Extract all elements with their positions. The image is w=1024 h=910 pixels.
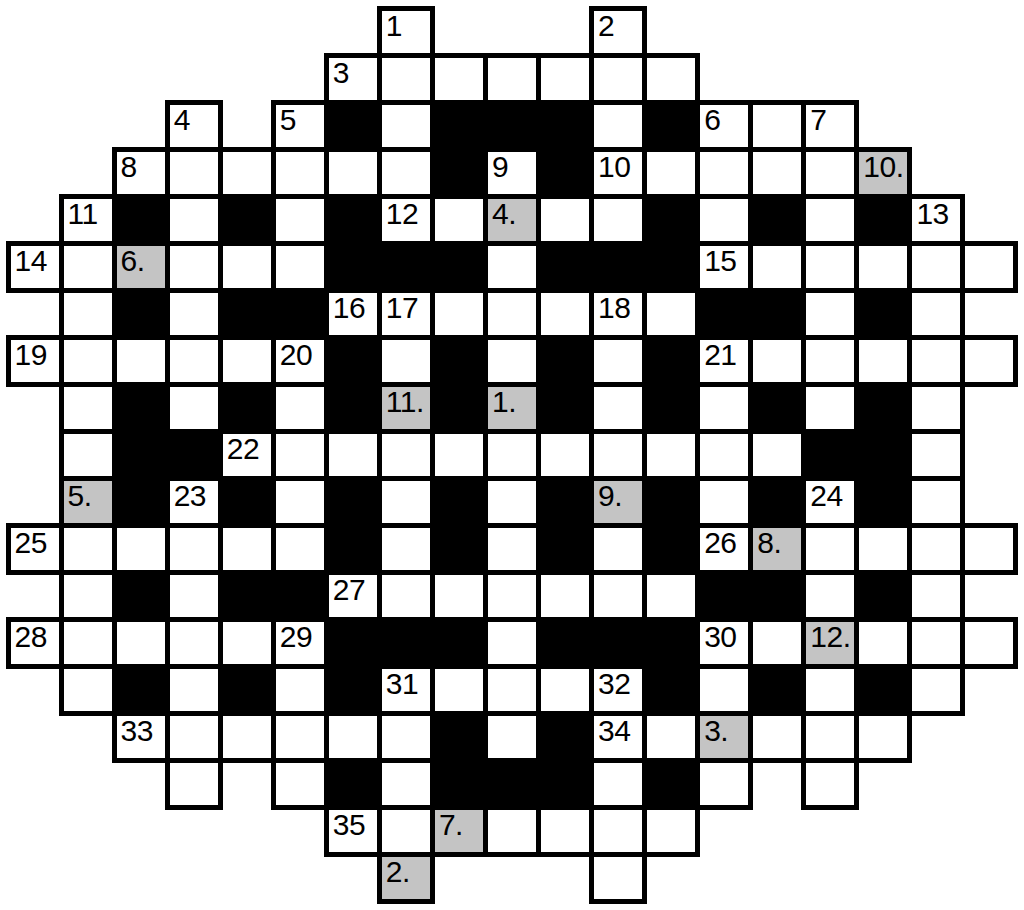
clue-number: 20	[280, 338, 312, 373]
clue-number: 29	[280, 620, 312, 655]
white-cell-r4c8[interactable]	[430, 194, 488, 246]
black-cell-r8c10	[536, 382, 594, 434]
gray-bonus-cell-r17c8[interactable]: 7.	[430, 805, 488, 857]
white-cell-r7c2[interactable]	[112, 335, 170, 387]
gray-bonus-cell-r3c16[interactable]: 10.	[854, 147, 912, 199]
black-cell-r5c11	[589, 241, 647, 293]
black-cell-r16c12	[642, 758, 700, 810]
white-cell-r17c7[interactable]	[377, 805, 435, 857]
white-cell-r14c15[interactable]	[801, 664, 859, 716]
black-cell-r2c9	[483, 100, 541, 152]
white-cell-r5c0[interactable]: 14	[6, 241, 64, 293]
white-cell-r15c7[interactable]	[377, 711, 435, 763]
black-cell-r12c2	[112, 570, 170, 622]
white-cell-r0c11[interactable]: 2	[589, 6, 647, 58]
white-cell-r11c9[interactable]	[483, 523, 541, 575]
black-cell-r2c8	[430, 100, 488, 152]
white-cell-r9c11[interactable]	[589, 429, 647, 481]
black-cell-r2c6	[324, 100, 382, 152]
white-cell-r4c17[interactable]: 13	[907, 194, 965, 246]
white-cell-r16c11[interactable]	[589, 758, 647, 810]
bonus-clue-number: 1.	[492, 385, 516, 420]
white-cell-r6c8[interactable]	[430, 288, 488, 340]
clue-number: 8	[121, 150, 137, 185]
bonus-clue-number: 10.	[863, 150, 903, 185]
bonus-clue-number: 2.	[386, 855, 410, 890]
black-cell-r13c8	[430, 617, 488, 669]
white-cell-r5c1[interactable]	[59, 241, 117, 293]
white-cell-r11c18[interactable]	[960, 523, 1018, 575]
white-cell-r13c2[interactable]	[112, 617, 170, 669]
white-cell-r4c1[interactable]: 11	[59, 194, 117, 246]
white-cell-r15c14[interactable]	[748, 711, 806, 763]
clue-number: 14	[15, 244, 47, 279]
black-cell-r16c8	[430, 758, 488, 810]
white-cell-r11c1[interactable]	[59, 523, 117, 575]
black-cell-r8c8	[430, 382, 488, 434]
white-cell-r16c3[interactable]	[165, 758, 223, 810]
white-cell-r5c13[interactable]: 15	[695, 241, 753, 293]
white-cell-r8c13[interactable]	[695, 382, 753, 434]
white-cell-r4c13[interactable]	[695, 194, 753, 246]
black-cell-r14c6	[324, 664, 382, 716]
white-cell-r11c4[interactable]	[218, 523, 276, 575]
clue-number: 11	[68, 197, 98, 232]
clue-number: 4	[174, 103, 190, 138]
white-cell-r15c3[interactable]	[165, 711, 223, 763]
clue-number: 10	[598, 150, 630, 185]
white-cell-r10c15[interactable]: 24	[801, 476, 859, 528]
clue-number: 28	[15, 620, 47, 655]
white-cell-r0c7[interactable]: 1	[377, 6, 435, 58]
white-cell-r4c15[interactable]	[801, 194, 859, 246]
white-cell-r6c17[interactable]	[907, 288, 965, 340]
clue-number: 26	[704, 526, 736, 561]
clue-number: 24	[810, 479, 842, 514]
black-cell-r5c10	[536, 241, 594, 293]
black-cell-r4c14	[748, 194, 806, 246]
white-cell-r5c15[interactable]	[801, 241, 859, 293]
white-cell-r12c17[interactable]	[907, 570, 965, 622]
black-cell-r13c7	[377, 617, 435, 669]
white-cell-r14c1[interactable]	[59, 664, 117, 716]
black-cell-r3c10	[536, 147, 594, 199]
white-cell-r11c2[interactable]	[112, 523, 170, 575]
white-cell-r10c9[interactable]	[483, 476, 541, 528]
white-cell-r8c17[interactable]	[907, 382, 965, 434]
white-cell-r13c9[interactable]	[483, 617, 541, 669]
black-cell-r10c6	[324, 476, 382, 528]
white-cell-r5c18[interactable]	[960, 241, 1018, 293]
clue-number: 16	[333, 291, 365, 326]
white-cell-r15c15[interactable]	[801, 711, 859, 763]
white-cell-r9c8[interactable]	[430, 429, 488, 481]
black-cell-r16c9	[483, 758, 541, 810]
white-cell-r14c10[interactable]	[536, 664, 594, 716]
white-cell-r8c1[interactable]	[59, 382, 117, 434]
black-cell-r8c4	[218, 382, 276, 434]
white-cell-r6c9[interactable]	[483, 288, 541, 340]
white-cell-r11c17[interactable]	[907, 523, 965, 575]
white-cell-r9c5[interactable]	[271, 429, 329, 481]
bonus-clue-number: 5.	[68, 479, 92, 514]
black-cell-r10c12	[642, 476, 700, 528]
clue-number: 35	[333, 808, 365, 843]
clue-number: 34	[598, 714, 630, 749]
white-cell-r5c3[interactable]	[165, 241, 223, 293]
white-cell-r2c13[interactable]: 6	[695, 100, 753, 152]
white-cell-r6c3[interactable]	[165, 288, 223, 340]
white-cell-r14c9[interactable]	[483, 664, 541, 716]
white-cell-r3c5[interactable]	[271, 147, 329, 199]
black-cell-r8c6	[324, 382, 382, 434]
white-cell-r6c11[interactable]: 18	[589, 288, 647, 340]
black-cell-r6c14	[748, 288, 806, 340]
white-cell-r14c17[interactable]	[907, 664, 965, 716]
bonus-clue-number: 9.	[598, 479, 622, 514]
clue-number: 27	[333, 573, 365, 608]
white-cell-r16c15[interactable]	[801, 758, 859, 810]
white-cell-r16c13[interactable]	[695, 758, 753, 810]
white-cell-r8c15[interactable]	[801, 382, 859, 434]
white-cell-r11c3[interactable]	[165, 523, 223, 575]
white-cell-r15c11[interactable]: 34	[589, 711, 647, 763]
black-cell-r6c16	[854, 288, 912, 340]
white-cell-r12c10[interactable]	[536, 570, 594, 622]
white-cell-r8c11[interactable]	[589, 382, 647, 434]
black-cell-r8c12	[642, 382, 700, 434]
black-cell-r3c8	[430, 147, 488, 199]
white-cell-r7c18[interactable]	[960, 335, 1018, 387]
white-cell-r12c8[interactable]	[430, 570, 488, 622]
bonus-clue-number: 3.	[704, 714, 728, 749]
clue-number: 13	[916, 197, 948, 232]
white-cell-r17c10[interactable]	[536, 805, 594, 857]
gray-bonus-cell-r13c15[interactable]: 12.	[801, 617, 859, 669]
clue-number: 7	[810, 103, 826, 138]
black-cell-r13c12	[642, 617, 700, 669]
white-cell-r1c11[interactable]	[589, 53, 647, 105]
white-cell-r9c6[interactable]	[324, 429, 382, 481]
clue-number: 19	[15, 338, 47, 373]
white-cell-r13c4[interactable]	[218, 617, 276, 669]
gray-bonus-cell-r18c7[interactable]: 2.	[377, 852, 435, 904]
white-cell-r3c2[interactable]: 8	[112, 147, 170, 199]
gray-bonus-cell-r10c11[interactable]: 9.	[589, 476, 647, 528]
white-cell-r7c17[interactable]	[907, 335, 965, 387]
white-cell-r6c15[interactable]	[801, 288, 859, 340]
white-cell-r9c7[interactable]	[377, 429, 435, 481]
white-cell-r15c5[interactable]	[271, 711, 329, 763]
clue-number: 25	[15, 526, 47, 561]
white-cell-r14c13[interactable]	[695, 664, 753, 716]
bonus-clue-number: 7.	[439, 808, 463, 843]
black-cell-r5c12	[642, 241, 700, 293]
black-cell-r8c16	[854, 382, 912, 434]
black-cell-r13c6	[324, 617, 382, 669]
clue-number: 21	[704, 338, 736, 373]
white-cell-r13c13[interactable]: 30	[695, 617, 753, 669]
black-cell-r11c10	[536, 523, 594, 575]
white-cell-r13c14[interactable]	[748, 617, 806, 669]
white-cell-r12c6[interactable]: 27	[324, 570, 382, 622]
white-cell-r6c10[interactable]	[536, 288, 594, 340]
white-cell-r7c15[interactable]	[801, 335, 859, 387]
white-cell-r1c7[interactable]	[377, 53, 435, 105]
black-cell-r5c8	[430, 241, 488, 293]
white-cell-r13c16[interactable]	[854, 617, 912, 669]
white-cell-r8c5[interactable]	[271, 382, 329, 434]
white-cell-r10c13[interactable]	[695, 476, 753, 528]
white-cell-r17c6[interactable]: 35	[324, 805, 382, 857]
clue-number: 5	[280, 103, 296, 138]
clue-number: 22	[227, 432, 259, 467]
white-cell-r14c3[interactable]	[165, 664, 223, 716]
black-cell-r12c4	[218, 570, 276, 622]
black-cell-r4c16	[854, 194, 912, 246]
gray-bonus-cell-r15c13[interactable]: 3.	[695, 711, 753, 763]
black-cell-r14c12	[642, 664, 700, 716]
white-cell-r7c11[interactable]	[589, 335, 647, 387]
white-cell-r11c16[interactable]	[854, 523, 912, 575]
white-cell-r11c13[interactable]: 26	[695, 523, 753, 575]
black-cell-r6c4	[218, 288, 276, 340]
black-cell-r11c8	[430, 523, 488, 575]
white-cell-r5c9[interactable]	[483, 241, 541, 293]
black-cell-r8c14	[748, 382, 806, 434]
white-cell-r12c15[interactable]	[801, 570, 859, 622]
black-cell-r8c2	[112, 382, 170, 434]
clue-number: 17	[386, 291, 418, 326]
white-cell-r11c7[interactable]	[377, 523, 435, 575]
white-cell-r15c16[interactable]	[854, 711, 912, 763]
white-cell-r13c17[interactable]	[907, 617, 965, 669]
white-cell-r15c9[interactable]	[483, 711, 541, 763]
white-cell-r7c13[interactable]: 21	[695, 335, 753, 387]
white-cell-r3c4[interactable]	[218, 147, 276, 199]
black-cell-r2c10	[536, 100, 594, 152]
white-cell-r2c14[interactable]	[748, 100, 806, 152]
black-cell-r10c10	[536, 476, 594, 528]
black-cell-r4c4	[218, 194, 276, 246]
white-cell-r17c12[interactable]	[642, 805, 700, 857]
black-cell-r15c8	[430, 711, 488, 763]
bonus-clue-number: 4.	[492, 197, 516, 232]
black-cell-r13c11	[589, 617, 647, 669]
black-cell-r7c8	[430, 335, 488, 387]
white-cell-r3c3[interactable]	[165, 147, 223, 199]
black-cell-r7c12	[642, 335, 700, 387]
clue-number: 12	[386, 197, 418, 232]
black-cell-r14c14	[748, 664, 806, 716]
white-cell-r6c1[interactable]	[59, 288, 117, 340]
white-cell-r16c7[interactable]	[377, 758, 435, 810]
white-cell-r12c9[interactable]	[483, 570, 541, 622]
gray-bonus-cell-r11c14[interactable]: 8.	[748, 523, 806, 575]
black-cell-r4c2	[112, 194, 170, 246]
white-cell-r4c10[interactable]	[536, 194, 594, 246]
white-cell-r10c7[interactable]	[377, 476, 435, 528]
white-cell-r9c12[interactable]	[642, 429, 700, 481]
black-cell-r5c7	[377, 241, 435, 293]
white-cell-r5c4[interactable]	[218, 241, 276, 293]
white-cell-r13c1[interactable]	[59, 617, 117, 669]
white-cell-r3c11[interactable]: 10	[589, 147, 647, 199]
gray-bonus-cell-r5c2[interactable]: 6.	[112, 241, 170, 293]
white-cell-r4c11[interactable]	[589, 194, 647, 246]
white-cell-r1c12[interactable]	[642, 53, 700, 105]
clue-number: 18	[598, 291, 630, 326]
white-cell-r1c10[interactable]	[536, 53, 594, 105]
white-cell-r14c5[interactable]	[271, 664, 329, 716]
white-cell-r6c12[interactable]	[642, 288, 700, 340]
black-cell-r10c14	[748, 476, 806, 528]
white-cell-r10c5[interactable]	[271, 476, 329, 528]
white-cell-r3c13[interactable]	[695, 147, 753, 199]
white-cell-r7c0[interactable]: 19	[6, 335, 64, 387]
black-cell-r13c10	[536, 617, 594, 669]
white-cell-r5c14[interactable]	[748, 241, 806, 293]
black-cell-r12c13	[695, 570, 753, 622]
bonus-clue-number: 8.	[757, 526, 781, 561]
white-cell-r14c11[interactable]: 32	[589, 664, 647, 716]
white-cell-r15c4[interactable]	[218, 711, 276, 763]
white-cell-r2c7[interactable]	[377, 100, 435, 152]
white-cell-r11c0[interactable]: 25	[6, 523, 64, 575]
white-cell-r11c15[interactable]	[801, 523, 859, 575]
white-cell-r5c5[interactable]	[271, 241, 329, 293]
white-cell-r1c8[interactable]	[430, 53, 488, 105]
black-cell-r14c4	[218, 664, 276, 716]
white-cell-r9c14[interactable]	[748, 429, 806, 481]
black-cell-r10c8	[430, 476, 488, 528]
white-cell-r2c15[interactable]: 7	[801, 100, 859, 152]
white-cell-r17c11[interactable]	[589, 805, 647, 857]
white-cell-r7c7[interactable]	[377, 335, 435, 387]
white-cell-r15c6[interactable]	[324, 711, 382, 763]
black-cell-r4c6	[324, 194, 382, 246]
white-cell-r7c3[interactable]	[165, 335, 223, 387]
white-cell-r7c9[interactable]	[483, 335, 541, 387]
gray-bonus-cell-r10c1[interactable]: 5.	[59, 476, 117, 528]
white-cell-r7c16[interactable]	[854, 335, 912, 387]
black-cell-r7c6	[324, 335, 382, 387]
gray-bonus-cell-r8c9[interactable]: 1.	[483, 382, 541, 434]
white-cell-r13c3[interactable]	[165, 617, 223, 669]
black-cell-r10c2	[112, 476, 170, 528]
black-cell-r14c16	[854, 664, 912, 716]
bonus-clue-number: 6.	[121, 244, 145, 279]
black-cell-r12c16	[854, 570, 912, 622]
black-cell-r11c6	[324, 523, 382, 575]
white-cell-r9c13[interactable]	[695, 429, 753, 481]
white-cell-r9c10[interactable]	[536, 429, 594, 481]
white-cell-r7c1[interactable]	[59, 335, 117, 387]
white-cell-r7c4[interactable]	[218, 335, 276, 387]
white-cell-r14c7[interactable]: 31	[377, 664, 435, 716]
white-cell-r12c7[interactable]	[377, 570, 435, 622]
white-cell-r9c9[interactable]	[483, 429, 541, 481]
white-cell-r15c12[interactable]	[642, 711, 700, 763]
white-cell-r12c1[interactable]	[59, 570, 117, 622]
white-cell-r9c4[interactable]: 22	[218, 429, 276, 481]
white-cell-r1c9[interactable]	[483, 53, 541, 105]
black-cell-r16c10	[536, 758, 594, 810]
clue-number: 6	[704, 103, 720, 138]
white-cell-r3c14[interactable]	[748, 147, 806, 199]
black-cell-r9c3	[165, 429, 223, 481]
white-cell-r15c2[interactable]: 33	[112, 711, 170, 763]
clue-number: 32	[598, 667, 630, 702]
white-cell-r10c3[interactable]: 23	[165, 476, 223, 528]
black-cell-r12c14	[748, 570, 806, 622]
white-cell-r14c8[interactable]	[430, 664, 488, 716]
white-cell-r6c6[interactable]: 16	[324, 288, 382, 340]
white-cell-r7c5[interactable]: 20	[271, 335, 329, 387]
white-cell-r3c9[interactable]: 9	[483, 147, 541, 199]
black-cell-r9c15	[801, 429, 859, 481]
white-cell-r2c11[interactable]	[589, 100, 647, 152]
clue-number: 3	[333, 56, 349, 91]
white-cell-r5c16[interactable]	[854, 241, 912, 293]
white-cell-r2c3[interactable]: 4	[165, 100, 223, 152]
white-cell-r9c1[interactable]	[59, 429, 117, 481]
black-cell-r4c12	[642, 194, 700, 246]
bonus-clue-number: 12.	[810, 620, 850, 655]
bonus-clue-number: 11.	[386, 385, 424, 420]
black-cell-r14c2	[112, 664, 170, 716]
white-cell-r17c9[interactable]	[483, 805, 541, 857]
white-cell-r10c17[interactable]	[907, 476, 965, 528]
white-cell-r6c7[interactable]: 17	[377, 288, 435, 340]
gray-bonus-cell-r8c7[interactable]: 11.	[377, 382, 435, 434]
black-cell-r5c6	[324, 241, 382, 293]
white-cell-r4c7[interactable]: 12	[377, 194, 435, 246]
white-cell-r1c6[interactable]: 3	[324, 53, 382, 105]
white-cell-r3c12[interactable]	[642, 147, 700, 199]
white-cell-r2c5[interactable]: 5	[271, 100, 329, 152]
white-cell-r3c7[interactable]	[377, 147, 435, 199]
white-cell-r4c3[interactable]	[165, 194, 223, 246]
clue-number: 31	[386, 667, 418, 702]
white-cell-r9c17[interactable]	[907, 429, 965, 481]
white-cell-r11c5[interactable]	[271, 523, 329, 575]
white-cell-r4c5[interactable]	[271, 194, 329, 246]
white-cell-r13c18[interactable]	[960, 617, 1018, 669]
white-cell-r12c11[interactable]	[589, 570, 647, 622]
black-cell-r12c5	[271, 570, 329, 622]
black-cell-r9c16	[854, 429, 912, 481]
white-cell-r12c12[interactable]	[642, 570, 700, 622]
white-cell-r3c6[interactable]	[324, 147, 382, 199]
white-cell-r11c11[interactable]	[589, 523, 647, 575]
white-cell-r13c0[interactable]: 28	[6, 617, 64, 669]
black-cell-r11c12	[642, 523, 700, 575]
clue-number: 33	[121, 714, 153, 749]
white-cell-r13c5[interactable]: 29	[271, 617, 329, 669]
black-cell-r9c2	[112, 429, 170, 481]
white-cell-r7c14[interactable]	[748, 335, 806, 387]
black-cell-r6c13	[695, 288, 753, 340]
white-cell-r3c15[interactable]	[801, 147, 859, 199]
white-cell-r12c3[interactable]	[165, 570, 223, 622]
white-cell-r8c3[interactable]	[165, 382, 223, 434]
black-cell-r7c10	[536, 335, 594, 387]
gray-bonus-cell-r4c9[interactable]: 4.	[483, 194, 541, 246]
white-cell-r16c5[interactable]	[271, 758, 329, 810]
white-cell-r18c11[interactable]	[589, 852, 647, 904]
white-cell-r5c17[interactable]	[907, 241, 965, 293]
